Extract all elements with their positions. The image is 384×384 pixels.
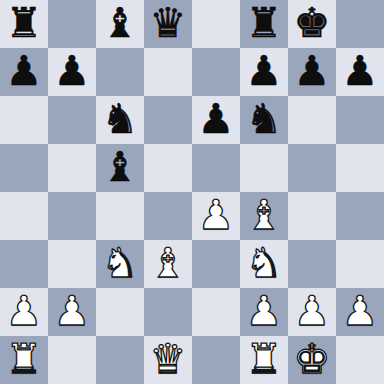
square-f6[interactable]: ♞ bbox=[240, 96, 288, 144]
square-h1[interactable] bbox=[336, 336, 384, 384]
square-g6[interactable] bbox=[288, 96, 336, 144]
chess-board: ♜♝♛♜♚♟♟♟♟♟♞♟♞♝♟♝♞♝♞♟♟♟♟♟♜♛♜♚ bbox=[0, 0, 384, 384]
square-a5[interactable] bbox=[0, 144, 48, 192]
piece-black-pawn[interactable]: ♟ bbox=[6, 47, 43, 95]
square-c1[interactable] bbox=[96, 336, 144, 384]
square-f8[interactable]: ♜ bbox=[240, 0, 288, 48]
square-f5[interactable] bbox=[240, 144, 288, 192]
square-b6[interactable] bbox=[48, 96, 96, 144]
square-f4[interactable]: ♝ bbox=[240, 192, 288, 240]
square-b5[interactable] bbox=[48, 144, 96, 192]
square-a1[interactable]: ♜ bbox=[0, 336, 48, 384]
square-b4[interactable] bbox=[48, 192, 96, 240]
square-d7[interactable] bbox=[144, 48, 192, 96]
square-e5[interactable] bbox=[192, 144, 240, 192]
square-d8[interactable]: ♛ bbox=[144, 0, 192, 48]
piece-white-bishop[interactable]: ♝ bbox=[246, 191, 283, 239]
square-c7[interactable] bbox=[96, 48, 144, 96]
piece-black-queen[interactable]: ♛ bbox=[150, 0, 187, 47]
square-b3[interactable] bbox=[48, 240, 96, 288]
square-e8[interactable] bbox=[192, 0, 240, 48]
piece-black-pawn[interactable]: ♟ bbox=[294, 47, 331, 95]
square-c3[interactable]: ♞ bbox=[96, 240, 144, 288]
piece-black-rook[interactable]: ♜ bbox=[246, 0, 283, 47]
square-a6[interactable] bbox=[0, 96, 48, 144]
piece-white-rook[interactable]: ♜ bbox=[6, 335, 43, 383]
square-b7[interactable]: ♟ bbox=[48, 48, 96, 96]
square-e3[interactable] bbox=[192, 240, 240, 288]
square-g5[interactable] bbox=[288, 144, 336, 192]
square-c5[interactable]: ♝ bbox=[96, 144, 144, 192]
piece-white-queen[interactable]: ♛ bbox=[150, 335, 187, 383]
square-g2[interactable]: ♟ bbox=[288, 288, 336, 336]
square-g7[interactable]: ♟ bbox=[288, 48, 336, 96]
piece-black-rook[interactable]: ♜ bbox=[6, 0, 43, 47]
piece-white-pawn[interactable]: ♟ bbox=[294, 287, 331, 335]
piece-black-knight[interactable]: ♞ bbox=[102, 95, 139, 143]
square-h3[interactable] bbox=[336, 240, 384, 288]
piece-black-king[interactable]: ♚ bbox=[294, 0, 331, 47]
piece-black-pawn[interactable]: ♟ bbox=[246, 47, 283, 95]
piece-white-pawn[interactable]: ♟ bbox=[6, 287, 43, 335]
piece-white-pawn[interactable]: ♟ bbox=[342, 287, 379, 335]
square-b8[interactable] bbox=[48, 0, 96, 48]
square-e6[interactable]: ♟ bbox=[192, 96, 240, 144]
square-e7[interactable] bbox=[192, 48, 240, 96]
piece-white-rook[interactable]: ♜ bbox=[246, 335, 283, 383]
piece-black-pawn[interactable]: ♟ bbox=[54, 47, 91, 95]
square-g4[interactable] bbox=[288, 192, 336, 240]
square-f1[interactable]: ♜ bbox=[240, 336, 288, 384]
piece-white-pawn[interactable]: ♟ bbox=[246, 287, 283, 335]
piece-black-pawn[interactable]: ♟ bbox=[342, 47, 379, 95]
square-c6[interactable]: ♞ bbox=[96, 96, 144, 144]
square-a8[interactable]: ♜ bbox=[0, 0, 48, 48]
square-h7[interactable]: ♟ bbox=[336, 48, 384, 96]
square-e1[interactable] bbox=[192, 336, 240, 384]
piece-black-bishop[interactable]: ♝ bbox=[102, 143, 139, 191]
square-a3[interactable] bbox=[0, 240, 48, 288]
square-g8[interactable]: ♚ bbox=[288, 0, 336, 48]
piece-white-king[interactable]: ♚ bbox=[294, 335, 331, 383]
piece-white-knight[interactable]: ♞ bbox=[246, 239, 283, 287]
square-b1[interactable] bbox=[48, 336, 96, 384]
square-g3[interactable] bbox=[288, 240, 336, 288]
piece-white-pawn[interactable]: ♟ bbox=[54, 287, 91, 335]
square-d1[interactable]: ♛ bbox=[144, 336, 192, 384]
piece-white-bishop[interactable]: ♝ bbox=[150, 239, 187, 287]
square-e2[interactable] bbox=[192, 288, 240, 336]
piece-white-knight[interactable]: ♞ bbox=[102, 239, 139, 287]
square-h5[interactable] bbox=[336, 144, 384, 192]
square-d4[interactable] bbox=[144, 192, 192, 240]
square-f7[interactable]: ♟ bbox=[240, 48, 288, 96]
piece-white-pawn[interactable]: ♟ bbox=[198, 191, 235, 239]
square-b2[interactable]: ♟ bbox=[48, 288, 96, 336]
square-h2[interactable]: ♟ bbox=[336, 288, 384, 336]
square-d6[interactable] bbox=[144, 96, 192, 144]
piece-black-bishop[interactable]: ♝ bbox=[102, 0, 139, 47]
square-a2[interactable]: ♟ bbox=[0, 288, 48, 336]
square-c4[interactable] bbox=[96, 192, 144, 240]
square-e4[interactable]: ♟ bbox=[192, 192, 240, 240]
square-a4[interactable] bbox=[0, 192, 48, 240]
piece-black-knight[interactable]: ♞ bbox=[246, 95, 283, 143]
square-c8[interactable]: ♝ bbox=[96, 0, 144, 48]
square-a7[interactable]: ♟ bbox=[0, 48, 48, 96]
square-d3[interactable]: ♝ bbox=[144, 240, 192, 288]
square-h4[interactable] bbox=[336, 192, 384, 240]
square-f2[interactable]: ♟ bbox=[240, 288, 288, 336]
square-d5[interactable] bbox=[144, 144, 192, 192]
square-g1[interactable]: ♚ bbox=[288, 336, 336, 384]
square-h8[interactable] bbox=[336, 0, 384, 48]
square-d2[interactable] bbox=[144, 288, 192, 336]
square-f3[interactable]: ♞ bbox=[240, 240, 288, 288]
square-c2[interactable] bbox=[96, 288, 144, 336]
square-h6[interactable] bbox=[336, 96, 384, 144]
piece-black-pawn[interactable]: ♟ bbox=[198, 95, 235, 143]
